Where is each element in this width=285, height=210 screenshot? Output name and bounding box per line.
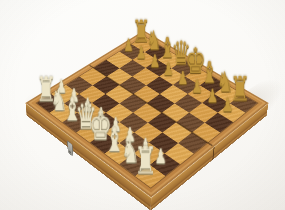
square-h6[interactable] <box>205 112 233 132</box>
latch-hook <box>67 140 73 157</box>
fold-seam-edge-notch <box>212 146 215 160</box>
piece-white-rook-h1[interactable]: ♜ <box>131 142 160 179</box>
photo-backdrop: ♜♞♝♛♚♝♞♜♟♟♟♟♟♟♟♟♟♟♟♟♟♟♟♟♜♞♝♛♚♝♞♜ <box>0 0 285 210</box>
piece-black-pawn-h7[interactable]: ♟ <box>215 96 242 115</box>
board-top-face: ♜♞♝♛♚♝♞♜♟♟♟♟♟♟♟♟♟♟♟♟♟♟♟♟♜♞♝♛♚♝♞♜ <box>25 31 268 198</box>
chess-board-3d: ♜♞♝♛♚♝♞♜♟♟♟♟♟♟♟♟♟♟♟♟♟♟♟♟♜♞♝♛♚♝♞♜ <box>25 31 268 198</box>
board-grid: ♜♞♝♛♚♝♞♜♟♟♟♟♟♟♟♟♟♟♟♟♟♟♟♟♜♞♝♛♚♝♞♜ <box>37 37 258 188</box>
